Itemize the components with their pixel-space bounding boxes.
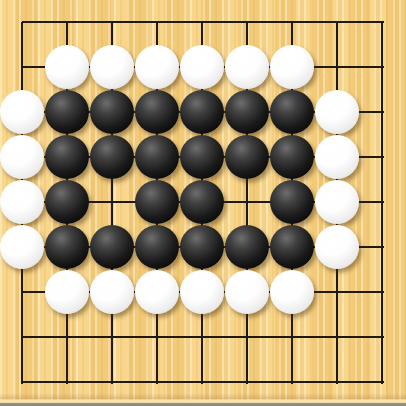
point-B7[interactable]: [45, 90, 90, 135]
point-F9[interactable]: [225, 0, 270, 45]
point-J4[interactable]: [360, 225, 405, 270]
point-H7[interactable]: [315, 90, 360, 135]
point-C2[interactable]: [90, 315, 135, 360]
point-D3[interactable]: [135, 270, 180, 315]
point-G2[interactable]: [270, 315, 315, 360]
point-F7[interactable]: [225, 90, 270, 135]
black-stone[interactable]: [135, 225, 179, 269]
white-stone[interactable]: [225, 270, 269, 314]
point-J9[interactable]: [360, 0, 405, 45]
white-stone[interactable]: [180, 45, 224, 89]
point-B4[interactable]: [45, 225, 90, 270]
white-stone[interactable]: [315, 90, 359, 134]
white-stone[interactable]: [135, 45, 179, 89]
point-J8[interactable]: [360, 45, 405, 90]
black-stone[interactable]: [45, 135, 89, 179]
black-stone[interactable]: [180, 180, 224, 224]
white-stone[interactable]: [0, 135, 44, 179]
point-G6[interactable]: [270, 135, 315, 180]
go-diagram: [0, 0, 406, 406]
point-A4[interactable]: [0, 225, 45, 270]
black-stone[interactable]: [45, 90, 89, 134]
point-A2[interactable]: [0, 315, 45, 360]
black-stone[interactable]: [90, 225, 134, 269]
black-stone[interactable]: [270, 225, 314, 269]
point-G3[interactable]: [270, 270, 315, 315]
white-stone[interactable]: [225, 45, 269, 89]
point-E8[interactable]: [180, 45, 225, 90]
point-G9[interactable]: [270, 0, 315, 45]
go-board[interactable]: [0, 0, 406, 406]
white-stone[interactable]: [90, 45, 134, 89]
point-C4[interactable]: [90, 225, 135, 270]
point-A9[interactable]: [0, 0, 45, 45]
point-F8[interactable]: [225, 45, 270, 90]
white-stone[interactable]: [0, 225, 44, 269]
point-E2[interactable]: [180, 315, 225, 360]
point-D8[interactable]: [135, 45, 180, 90]
point-B8[interactable]: [45, 45, 90, 90]
white-stone[interactable]: [270, 45, 314, 89]
point-H5[interactable]: [315, 180, 360, 225]
black-stone[interactable]: [180, 135, 224, 179]
black-stone[interactable]: [270, 135, 314, 179]
point-D9[interactable]: [135, 0, 180, 45]
black-stone[interactable]: [270, 180, 314, 224]
point-H3[interactable]: [315, 270, 360, 315]
point-G8[interactable]: [270, 45, 315, 90]
point-C3[interactable]: [90, 270, 135, 315]
point-H6[interactable]: [315, 135, 360, 180]
point-J6[interactable]: [360, 135, 405, 180]
point-C9[interactable]: [90, 0, 135, 45]
point-F2[interactable]: [225, 315, 270, 360]
point-A7[interactable]: [0, 90, 45, 135]
point-E3[interactable]: [180, 270, 225, 315]
black-stone[interactable]: [225, 225, 269, 269]
point-J5[interactable]: [360, 180, 405, 225]
point-B3[interactable]: [45, 270, 90, 315]
black-stone[interactable]: [45, 180, 89, 224]
point-A5[interactable]: [0, 180, 45, 225]
point-E6[interactable]: [180, 135, 225, 180]
point-B9[interactable]: [45, 0, 90, 45]
white-stone[interactable]: [0, 180, 44, 224]
point-J7[interactable]: [360, 90, 405, 135]
point-H9[interactable]: [315, 0, 360, 45]
white-stone[interactable]: [180, 270, 224, 314]
white-stone[interactable]: [0, 90, 44, 134]
point-A8[interactable]: [0, 45, 45, 90]
white-stone[interactable]: [45, 45, 89, 89]
black-stone[interactable]: [270, 90, 314, 134]
black-stone[interactable]: [180, 90, 224, 134]
white-stone[interactable]: [270, 270, 314, 314]
black-stone[interactable]: [225, 90, 269, 134]
point-B6[interactable]: [45, 135, 90, 180]
white-stone[interactable]: [315, 180, 359, 224]
point-A3[interactable]: [0, 270, 45, 315]
white-stone[interactable]: [45, 270, 89, 314]
point-D5[interactable]: [135, 180, 180, 225]
point-D7[interactable]: [135, 90, 180, 135]
point-C6[interactable]: [90, 135, 135, 180]
black-stone[interactable]: [135, 90, 179, 134]
black-stone[interactable]: [90, 135, 134, 179]
point-J3[interactable]: [360, 270, 405, 315]
point-F4[interactable]: [225, 225, 270, 270]
black-stone[interactable]: [135, 180, 179, 224]
board-bottom-edge: [0, 393, 406, 406]
point-G4[interactable]: [270, 225, 315, 270]
point-J2[interactable]: [360, 315, 405, 360]
black-stone[interactable]: [45, 225, 89, 269]
point-C8[interactable]: [90, 45, 135, 90]
point-D6[interactable]: [135, 135, 180, 180]
point-F3[interactable]: [225, 270, 270, 315]
point-H4[interactable]: [315, 225, 360, 270]
point-E9[interactable]: [180, 0, 225, 45]
point-D4[interactable]: [135, 225, 180, 270]
white-stone[interactable]: [315, 225, 359, 269]
black-stone[interactable]: [90, 90, 134, 134]
point-C7[interactable]: [90, 90, 135, 135]
point-E4[interactable]: [180, 225, 225, 270]
point-F6[interactable]: [225, 135, 270, 180]
black-stone[interactable]: [225, 135, 269, 179]
white-stone[interactable]: [135, 270, 179, 314]
point-G7[interactable]: [270, 90, 315, 135]
white-stone[interactable]: [315, 135, 359, 179]
point-E7[interactable]: [180, 90, 225, 135]
point-B5[interactable]: [45, 180, 90, 225]
black-stone[interactable]: [180, 225, 224, 269]
point-C5[interactable]: [90, 180, 135, 225]
point-H8[interactable]: [315, 45, 360, 90]
intersections-layer: [0, 0, 405, 405]
point-D2[interactable]: [135, 315, 180, 360]
point-G5[interactable]: [270, 180, 315, 225]
point-B2[interactable]: [45, 315, 90, 360]
black-stone[interactable]: [135, 135, 179, 179]
point-A6[interactable]: [0, 135, 45, 180]
white-stone[interactable]: [90, 270, 134, 314]
point-F5[interactable]: [225, 180, 270, 225]
point-E5[interactable]: [180, 180, 225, 225]
point-H2[interactable]: [315, 315, 360, 360]
